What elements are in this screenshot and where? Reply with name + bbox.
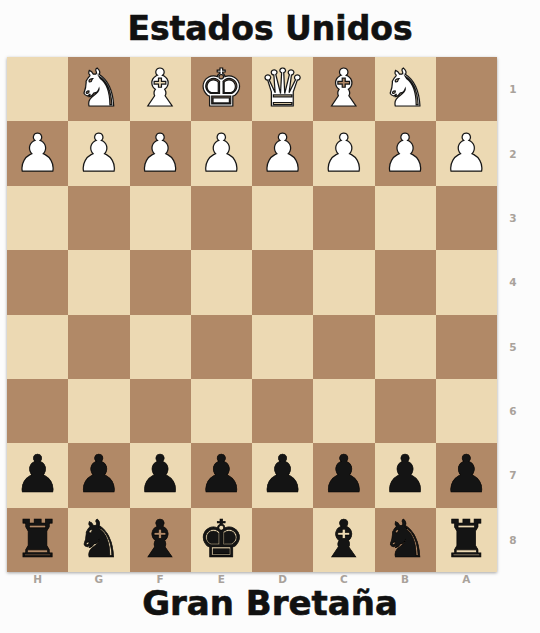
rank-label-2: 2	[503, 121, 523, 185]
square-d2[interactable]: ♟	[252, 121, 313, 185]
square-f3[interactable]	[130, 186, 191, 250]
square-h2[interactable]: ♟	[7, 121, 68, 185]
square-c1[interactable]: ♝	[313, 57, 374, 121]
square-a1[interactable]	[436, 57, 497, 121]
square-c7[interactable]: ♟	[313, 443, 374, 507]
square-e1[interactable]: ♚	[191, 57, 252, 121]
square-h6[interactable]	[7, 379, 68, 443]
black-pawn-piece[interactable]: ♟	[137, 448, 184, 500]
square-b4[interactable]	[375, 250, 436, 314]
black-pawn-piece[interactable]: ♟	[198, 448, 245, 500]
square-h5[interactable]	[7, 315, 68, 379]
square-c3[interactable]	[313, 186, 374, 250]
square-d7[interactable]: ♟	[252, 443, 313, 507]
bottom-title-black-side: Gran Bretaña	[0, 582, 540, 624]
square-e7[interactable]: ♟	[191, 443, 252, 507]
rank-label-4: 4	[503, 250, 523, 314]
square-g1[interactable]: ♞	[68, 57, 129, 121]
square-a5[interactable]	[436, 315, 497, 379]
white-pawn-piece[interactable]: ♟	[14, 127, 61, 179]
square-f7[interactable]: ♟	[130, 443, 191, 507]
black-pawn-piece[interactable]: ♟	[443, 448, 490, 500]
square-g2[interactable]: ♟	[68, 121, 129, 185]
board: ♞♝♚♛♝♞♟♟♟♟♟♟♟♟♟♟♟♟♟♟♟♟♜♞♝♚♝♞♜	[7, 57, 497, 572]
black-pawn-piece[interactable]: ♟	[259, 448, 306, 500]
white-bishop-piece[interactable]: ♝	[137, 62, 184, 114]
square-d4[interactable]	[252, 250, 313, 314]
square-c5[interactable]	[313, 315, 374, 379]
white-pawn-piece[interactable]: ♟	[198, 127, 245, 179]
black-rook-piece[interactable]: ♜	[14, 513, 61, 565]
square-d5[interactable]	[252, 315, 313, 379]
square-f5[interactable]	[130, 315, 191, 379]
square-f8[interactable]: ♝	[130, 508, 191, 572]
white-pawn-piece[interactable]: ♟	[382, 127, 429, 179]
square-a4[interactable]	[436, 250, 497, 314]
square-f1[interactable]: ♝	[130, 57, 191, 121]
square-c4[interactable]	[313, 250, 374, 314]
square-b5[interactable]	[375, 315, 436, 379]
top-title-white-side: Estados Unidos	[0, 9, 540, 49]
square-b6[interactable]	[375, 379, 436, 443]
square-c2[interactable]: ♟	[313, 121, 374, 185]
square-e4[interactable]	[191, 250, 252, 314]
square-f4[interactable]	[130, 250, 191, 314]
square-e2[interactable]: ♟	[191, 121, 252, 185]
white-pawn-piece[interactable]: ♟	[137, 127, 184, 179]
square-e5[interactable]	[191, 315, 252, 379]
rank-label-5: 5	[503, 315, 523, 379]
square-a3[interactable]	[436, 186, 497, 250]
rank-label-6: 6	[503, 379, 523, 443]
black-pawn-piece[interactable]: ♟	[382, 448, 429, 500]
square-f6[interactable]	[130, 379, 191, 443]
rank-label-8: 8	[503, 508, 523, 572]
rank-label-3: 3	[503, 186, 523, 250]
square-b2[interactable]: ♟	[375, 121, 436, 185]
black-bishop-piece[interactable]: ♝	[137, 513, 184, 565]
white-king-piece[interactable]: ♚	[198, 62, 245, 114]
white-pawn-piece[interactable]: ♟	[321, 127, 368, 179]
square-c6[interactable]	[313, 379, 374, 443]
white-pawn-piece[interactable]: ♟	[259, 127, 306, 179]
square-d6[interactable]	[252, 379, 313, 443]
square-g4[interactable]	[68, 250, 129, 314]
square-e3[interactable]	[191, 186, 252, 250]
white-knight-piece[interactable]: ♞	[382, 62, 429, 114]
black-king-piece[interactable]: ♚	[198, 513, 245, 565]
square-h7[interactable]: ♟	[7, 443, 68, 507]
square-g8[interactable]: ♞	[68, 508, 129, 572]
square-g7[interactable]: ♟	[68, 443, 129, 507]
square-a2[interactable]: ♟	[436, 121, 497, 185]
square-g6[interactable]	[68, 379, 129, 443]
square-g3[interactable]	[68, 186, 129, 250]
white-bishop-piece[interactable]: ♝	[321, 62, 368, 114]
square-c8[interactable]: ♝	[313, 508, 374, 572]
square-e8[interactable]: ♚	[191, 508, 252, 572]
square-h1[interactable]	[7, 57, 68, 121]
square-d1[interactable]: ♛	[252, 57, 313, 121]
black-pawn-piece[interactable]: ♟	[14, 448, 61, 500]
square-b8[interactable]: ♞	[375, 508, 436, 572]
black-knight-piece[interactable]: ♞	[76, 513, 123, 565]
white-pawn-piece[interactable]: ♟	[443, 127, 490, 179]
rank-label-7: 7	[503, 443, 523, 507]
square-h8[interactable]: ♜	[7, 508, 68, 572]
rank-label-1: 1	[503, 57, 523, 121]
black-rook-piece[interactable]: ♜	[443, 513, 490, 565]
black-pawn-piece[interactable]: ♟	[321, 448, 368, 500]
rank-labels: 12345678	[503, 57, 523, 572]
white-queen-piece[interactable]: ♛	[259, 62, 306, 114]
square-a7[interactable]: ♟	[436, 443, 497, 507]
square-f2[interactable]: ♟	[130, 121, 191, 185]
square-d8[interactable]	[252, 508, 313, 572]
square-b7[interactable]: ♟	[375, 443, 436, 507]
page: Estados Unidos ♞♝♚♛♝♞♟♟♟♟♟♟♟♟♟♟♟♟♟♟♟♟♜♞♝…	[0, 0, 540, 633]
square-h4[interactable]	[7, 250, 68, 314]
square-h3[interactable]	[7, 186, 68, 250]
square-b3[interactable]	[375, 186, 436, 250]
square-d3[interactable]	[252, 186, 313, 250]
square-b1[interactable]: ♞	[375, 57, 436, 121]
white-pawn-piece[interactable]: ♟	[76, 127, 123, 179]
black-pawn-piece[interactable]: ♟	[76, 448, 123, 500]
square-a8[interactable]: ♜	[436, 508, 497, 572]
black-knight-piece[interactable]: ♞	[382, 513, 429, 565]
black-bishop-piece[interactable]: ♝	[321, 513, 368, 565]
square-e6[interactable]	[191, 379, 252, 443]
square-g5[interactable]	[68, 315, 129, 379]
square-a6[interactable]	[436, 379, 497, 443]
white-knight-piece[interactable]: ♞	[76, 62, 123, 114]
